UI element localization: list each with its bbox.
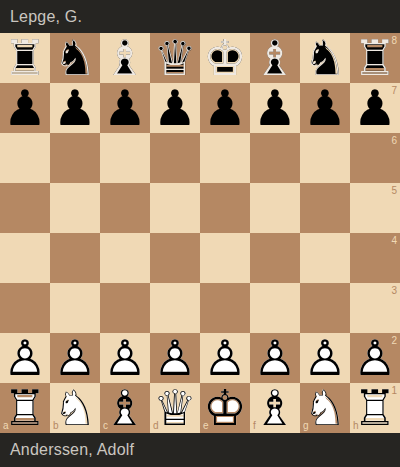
player-bar-bottom: Anderssen, Adolf (0, 433, 400, 467)
black-knight-outline: ♘ (300, 33, 350, 83)
square-h3[interactable]: 3 (350, 283, 400, 333)
square-e8[interactable]: ♚♔ (200, 33, 250, 83)
piece-white-pawn[interactable]: ♟♙ (150, 333, 200, 383)
square-c2[interactable]: ♟♙ (100, 333, 150, 383)
square-g4[interactable] (300, 233, 350, 283)
piece-white-pawn[interactable]: ♟♙ (100, 333, 150, 383)
coord-file-d: d (153, 421, 159, 431)
square-d6[interactable] (150, 133, 200, 183)
white-pawn-outline: ♙ (250, 333, 300, 383)
coord-file-f: f (253, 421, 256, 431)
black-king-outline: ♔ (200, 33, 250, 83)
black-pawn-glyph: ♟ (200, 83, 250, 133)
black-queen-outline: ♕ (150, 33, 200, 83)
coord-rank-6: 6 (391, 136, 397, 146)
square-b2[interactable]: ♟♙ (50, 333, 100, 383)
white-pawn-outline: ♙ (300, 333, 350, 383)
piece-black-pawn[interactable]: ♟ (100, 83, 150, 133)
square-c8[interactable]: ♝♗ (100, 33, 150, 83)
square-a1[interactable]: ♜♖a (0, 383, 50, 433)
square-g3[interactable] (300, 283, 350, 333)
piece-black-pawn[interactable]: ♟ (150, 83, 200, 133)
square-a3[interactable] (0, 283, 50, 333)
square-a8[interactable]: ♜♖ (0, 33, 50, 83)
black-pawn-glyph: ♟ (150, 83, 200, 133)
square-a7[interactable]: ♟ (0, 83, 50, 133)
square-g7[interactable]: ♟ (300, 83, 350, 133)
square-a4[interactable] (0, 233, 50, 283)
piece-black-pawn[interactable]: ♟ (300, 83, 350, 133)
white-pawn-outline: ♙ (0, 333, 50, 383)
square-a5[interactable] (0, 183, 50, 233)
square-a6[interactable] (0, 133, 50, 183)
piece-black-knight[interactable]: ♞♘ (300, 33, 350, 83)
black-bishop-outline: ♗ (100, 33, 150, 83)
black-rook-outline: ♖ (0, 33, 50, 83)
square-f1[interactable]: ♝♗f (250, 383, 300, 433)
square-h8[interactable]: ♜♖8 (350, 33, 400, 83)
piece-white-bishop[interactable]: ♝♗ (250, 383, 300, 433)
square-b7[interactable]: ♟ (50, 83, 100, 133)
square-d3[interactable] (150, 283, 200, 333)
square-g8[interactable]: ♞♘ (300, 33, 350, 83)
square-b4[interactable] (50, 233, 100, 283)
square-e5[interactable] (200, 183, 250, 233)
piece-black-pawn[interactable]: ♟ (250, 83, 300, 133)
piece-black-king[interactable]: ♚♔ (200, 33, 250, 83)
square-b3[interactable] (50, 283, 100, 333)
piece-black-knight[interactable]: ♞♘ (50, 33, 100, 83)
square-h1[interactable]: ♜♖1h (350, 383, 400, 433)
coord-rank-5: 5 (391, 186, 397, 196)
black-pawn-glyph: ♟ (50, 83, 100, 133)
white-pawn-outline: ♙ (200, 333, 250, 383)
square-b1[interactable]: ♞♘b (50, 383, 100, 433)
square-g6[interactable] (300, 133, 350, 183)
square-h5[interactable]: 5 (350, 183, 400, 233)
coord-rank-1: 1 (391, 386, 397, 396)
square-c6[interactable] (100, 133, 150, 183)
coord-file-a: a (3, 421, 9, 431)
square-b6[interactable] (50, 133, 100, 183)
square-f8[interactable]: ♝♗ (250, 33, 300, 83)
player-name-white: Anderssen, Adolf (10, 441, 134, 459)
square-c7[interactable]: ♟ (100, 83, 150, 133)
square-e4[interactable] (200, 233, 250, 283)
square-f6[interactable] (250, 133, 300, 183)
square-d1[interactable]: ♛♕d (150, 383, 200, 433)
chess-game-window: Lepge, G. ♜♖♞♘♝♗♛♕♚♔♝♗♞♘♜♖8♟♟♟♟♟♟♟♟76543… (0, 0, 400, 467)
square-b8[interactable]: ♞♘ (50, 33, 100, 83)
square-h2[interactable]: ♟♙2 (350, 333, 400, 383)
square-e6[interactable] (200, 133, 250, 183)
player-bar-top: Lepge, G. (0, 0, 400, 33)
square-c3[interactable] (100, 283, 150, 333)
square-g1[interactable]: ♞♘g (300, 383, 350, 433)
black-pawn-glyph: ♟ (250, 83, 300, 133)
black-pawn-glyph: ♟ (300, 83, 350, 133)
square-f3[interactable] (250, 283, 300, 333)
coord-file-h: h (353, 421, 359, 431)
piece-black-bishop[interactable]: ♝♗ (250, 33, 300, 83)
piece-black-pawn[interactable]: ♟ (50, 83, 100, 133)
piece-white-pawn[interactable]: ♟♙ (200, 333, 250, 383)
black-pawn-glyph: ♟ (0, 83, 50, 133)
black-knight-outline: ♘ (50, 33, 100, 83)
square-g2[interactable]: ♟♙ (300, 333, 350, 383)
square-f5[interactable] (250, 183, 300, 233)
piece-white-pawn[interactable]: ♟♙ (50, 333, 100, 383)
black-pawn-glyph: ♟ (100, 83, 150, 133)
square-e1[interactable]: ♚♔e (200, 383, 250, 433)
black-bishop-outline: ♗ (250, 33, 300, 83)
coord-rank-2: 2 (391, 336, 397, 346)
coord-file-c: c (103, 421, 108, 431)
piece-white-pawn[interactable]: ♟♙ (0, 333, 50, 383)
white-pawn-outline: ♙ (50, 333, 100, 383)
square-h6[interactable]: 6 (350, 133, 400, 183)
square-e2[interactable]: ♟♙ (200, 333, 250, 383)
square-d7[interactable]: ♟ (150, 83, 200, 133)
chess-board: ♜♖♞♘♝♗♛♕♚♔♝♗♞♘♜♖8♟♟♟♟♟♟♟♟76543♟♙♟♙♟♙♟♙♟♙… (0, 33, 400, 433)
square-c5[interactable] (100, 183, 150, 233)
coord-rank-7: 7 (391, 86, 397, 96)
square-c4[interactable] (100, 233, 150, 283)
coord-rank-8: 8 (391, 36, 397, 46)
coord-rank-3: 3 (391, 286, 397, 296)
piece-black-pawn[interactable]: ♟ (0, 83, 50, 133)
square-d8[interactable]: ♛♕ (150, 33, 200, 83)
square-c1[interactable]: ♝♗c (100, 383, 150, 433)
white-pawn-outline: ♙ (150, 333, 200, 383)
square-f4[interactable] (250, 233, 300, 283)
coord-file-b: b (53, 421, 59, 431)
square-d4[interactable] (150, 233, 200, 283)
square-f7[interactable]: ♟ (250, 83, 300, 133)
coord-rank-4: 4 (391, 236, 397, 246)
piece-white-pawn[interactable]: ♟♙ (300, 333, 350, 383)
square-a2[interactable]: ♟♙ (0, 333, 50, 383)
square-h4[interactable]: 4 (350, 233, 400, 283)
square-d2[interactable]: ♟♙ (150, 333, 200, 383)
square-g5[interactable] (300, 183, 350, 233)
piece-white-pawn[interactable]: ♟♙ (250, 333, 300, 383)
piece-black-bishop[interactable]: ♝♗ (100, 33, 150, 83)
piece-black-pawn[interactable]: ♟ (200, 83, 250, 133)
square-b5[interactable] (50, 183, 100, 233)
piece-black-rook[interactable]: ♜♖ (0, 33, 50, 83)
square-e3[interactable] (200, 283, 250, 333)
square-f2[interactable]: ♟♙ (250, 333, 300, 383)
white-bishop-outline: ♗ (250, 383, 300, 433)
square-e7[interactable]: ♟ (200, 83, 250, 133)
white-pawn-outline: ♙ (100, 333, 150, 383)
piece-black-queen[interactable]: ♛♕ (150, 33, 200, 83)
square-h7[interactable]: ♟7 (350, 83, 400, 133)
coord-file-g: g (303, 421, 309, 431)
coord-file-e: e (203, 421, 209, 431)
square-d5[interactable] (150, 183, 200, 233)
player-name-black: Lepge, G. (10, 8, 82, 26)
